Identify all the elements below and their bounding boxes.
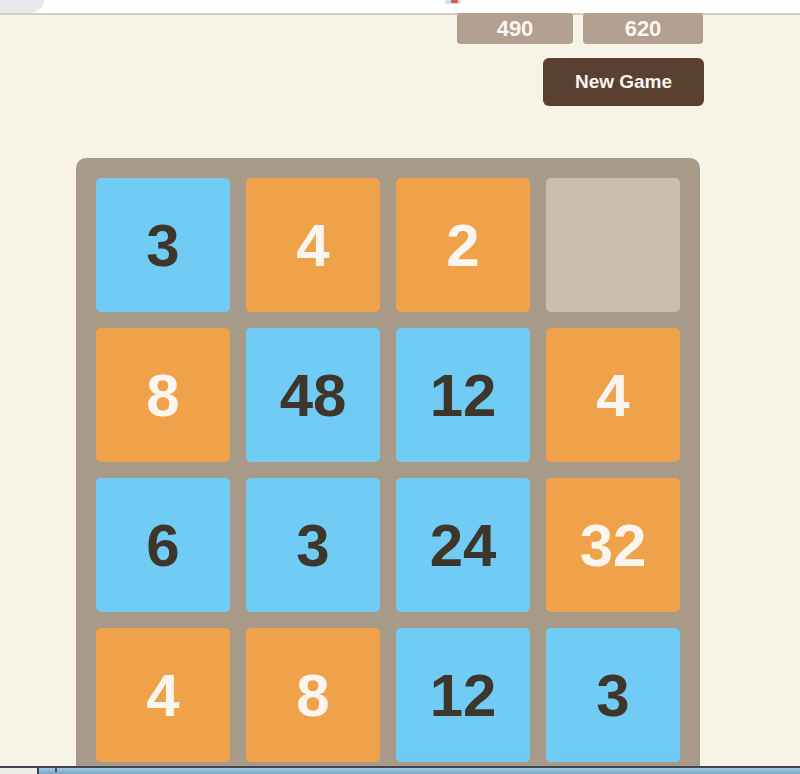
tile-r1c1: 48 <box>246 328 380 462</box>
score-box-best: 620 <box>583 13 703 44</box>
tile-r3c1: 8 <box>246 628 380 762</box>
tile-r1c0: 8 <box>96 328 230 462</box>
game-board[interactable]: 34284812463243248123 <box>76 158 700 774</box>
empty-cell-r0c3 <box>546 178 680 312</box>
score-box-current: 490 <box>457 13 573 44</box>
tile-r1c2: 12 <box>396 328 530 462</box>
new-game-button[interactable]: New Game <box>543 58 704 106</box>
tile-r0c0: 3 <box>96 178 230 312</box>
new-game-label: New Game <box>575 71 672 93</box>
tile-r0c1: 4 <box>246 178 380 312</box>
tile-r0c2: 2 <box>396 178 530 312</box>
tile-r1c3: 4 <box>546 328 680 462</box>
tile-r2c3: 32 <box>546 478 680 612</box>
tile-r3c3: 3 <box>546 628 680 762</box>
browser-chrome-fragment <box>0 0 800 13</box>
red-artifact <box>451 0 458 3</box>
tile-r2c2: 24 <box>396 478 530 612</box>
background-window-edge <box>0 766 800 774</box>
tile-r3c0: 4 <box>96 628 230 762</box>
background-window-tick <box>55 768 57 772</box>
tile-r2c1: 3 <box>246 478 380 612</box>
browser-tab-fragment <box>0 0 44 13</box>
tile-r2c0: 6 <box>96 478 230 612</box>
background-window-corner <box>0 768 37 774</box>
background-window-divider <box>37 768 39 774</box>
tile-r3c2: 12 <box>396 628 530 762</box>
